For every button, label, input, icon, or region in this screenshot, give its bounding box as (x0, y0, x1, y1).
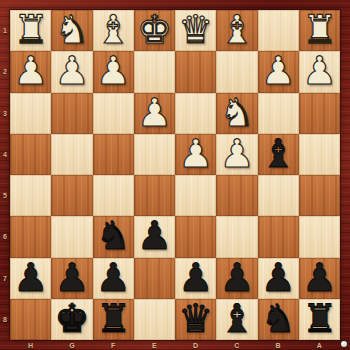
square-f4[interactable] (93, 134, 134, 175)
file-label-c: C (216, 340, 257, 350)
square-d5[interactable] (175, 175, 216, 216)
white-pawn-a2[interactable]: ♟ (299, 50, 340, 91)
black-knight-b8[interactable]: ♞ (258, 298, 299, 339)
file-label-a: A (299, 340, 340, 350)
black-pawn-g7[interactable]: ♟ (51, 257, 92, 298)
square-f2[interactable]: ♟ (93, 51, 134, 92)
square-e2[interactable] (134, 51, 175, 92)
white-pawn-c4[interactable]: ♟ (216, 133, 257, 174)
square-a8[interactable]: ♜ (299, 299, 340, 340)
file-labels: HGFEDCBA (10, 340, 340, 350)
black-queen-d8[interactable]: ♛ (175, 298, 216, 339)
white-king-e1[interactable]: ♚ (134, 9, 175, 50)
black-pawn-f7[interactable]: ♟ (93, 257, 134, 298)
square-c2[interactable] (216, 51, 257, 92)
white-rook-a1[interactable]: ♜ (299, 9, 340, 50)
square-d2[interactable] (175, 51, 216, 92)
rank-label-6: 6 (0, 216, 10, 257)
rank-label-8: 8 (0, 299, 10, 340)
square-b1[interactable] (258, 10, 299, 51)
square-a1[interactable]: ♜ (299, 10, 340, 51)
white-bishop-f1[interactable]: ♝ (93, 9, 134, 50)
white-pawn-h2[interactable]: ♟ (10, 50, 51, 91)
square-e6[interactable]: ♟ (134, 216, 175, 257)
square-f3[interactable] (93, 93, 134, 134)
square-f1[interactable]: ♝ (93, 10, 134, 51)
square-c1[interactable]: ♝ (216, 10, 257, 51)
black-bishop-b4[interactable]: ♝ (258, 133, 299, 174)
black-king-g8[interactable]: ♚ (51, 298, 92, 339)
file-label-e: E (134, 340, 175, 350)
file-label-g: G (51, 340, 92, 350)
white-pawn-g2[interactable]: ♟ (51, 50, 92, 91)
square-g3[interactable] (51, 93, 92, 134)
square-h5[interactable] (10, 175, 51, 216)
black-pawn-b7[interactable]: ♟ (258, 257, 299, 298)
black-pawn-h7[interactable]: ♟ (10, 257, 51, 298)
square-b3[interactable] (258, 93, 299, 134)
file-label-h: H (10, 340, 51, 350)
square-b6[interactable] (258, 216, 299, 257)
square-f5[interactable] (93, 175, 134, 216)
file-label-b: B (258, 340, 299, 350)
square-a2[interactable]: ♟ (299, 51, 340, 92)
black-pawn-d7[interactable]: ♟ (175, 257, 216, 298)
black-pawn-e6[interactable]: ♟ (134, 215, 175, 256)
square-c8[interactable]: ♝ (216, 299, 257, 340)
square-d8[interactable]: ♛ (175, 299, 216, 340)
square-g1[interactable]: ♞ (51, 10, 92, 51)
square-d3[interactable] (175, 93, 216, 134)
square-c5[interactable] (216, 175, 257, 216)
square-a4[interactable] (299, 134, 340, 175)
square-a5[interactable] (299, 175, 340, 216)
rank-label-2: 2 (0, 51, 10, 92)
square-d4[interactable]: ♟ (175, 134, 216, 175)
rank-label-3: 3 (0, 93, 10, 134)
square-h3[interactable] (10, 93, 51, 134)
square-f7[interactable]: ♟ (93, 258, 134, 299)
square-d7[interactable]: ♟ (175, 258, 216, 299)
black-rook-f8[interactable]: ♜ (93, 298, 134, 339)
square-a7[interactable]: ♟ (299, 258, 340, 299)
square-c3[interactable]: ♞ (216, 93, 257, 134)
square-b8[interactable]: ♞ (258, 299, 299, 340)
white-bishop-c1[interactable]: ♝ (216, 9, 257, 50)
square-b7[interactable]: ♟ (258, 258, 299, 299)
square-b5[interactable] (258, 175, 299, 216)
square-e7[interactable] (134, 258, 175, 299)
black-bishop-c8[interactable]: ♝ (216, 298, 257, 339)
board: ♜♞♝♚♛♝♜♟♟♟♟♟♟♞♟♟♝♞♟♟♟♟♟♟♟♟♚♜♛♝♞♜ (10, 10, 340, 340)
white-pawn-d4[interactable]: ♟ (175, 133, 216, 174)
square-d6[interactable] (175, 216, 216, 257)
square-a3[interactable] (299, 93, 340, 134)
chess-board-frame: 12345678 ♜♞♝♚♛♝♜♟♟♟♟♟♟♞♟♟♝♞♟♟♟♟♟♟♟♟♚♜♛♝♞… (0, 0, 350, 350)
square-c4[interactable]: ♟ (216, 134, 257, 175)
square-d1[interactable]: ♛ (175, 10, 216, 51)
black-pawn-a7[interactable]: ♟ (299, 257, 340, 298)
square-h2[interactable]: ♟ (10, 51, 51, 92)
white-pawn-f2[interactable]: ♟ (93, 50, 134, 91)
square-e8[interactable] (134, 299, 175, 340)
square-e5[interactable] (134, 175, 175, 216)
square-h1[interactable]: ♜ (10, 10, 51, 51)
square-h8[interactable] (10, 299, 51, 340)
square-g4[interactable] (51, 134, 92, 175)
square-f8[interactable]: ♜ (93, 299, 134, 340)
white-knight-c3[interactable]: ♞ (216, 92, 257, 133)
square-g7[interactable]: ♟ (51, 258, 92, 299)
square-e1[interactable]: ♚ (134, 10, 175, 51)
black-knight-f6[interactable]: ♞ (93, 215, 134, 256)
square-a6[interactable] (299, 216, 340, 257)
rank-label-1: 1 (0, 10, 10, 51)
rank-label-5: 5 (0, 175, 10, 216)
file-label-d: D (175, 340, 216, 350)
rank-label-7: 7 (0, 258, 10, 299)
black-pawn-c7[interactable]: ♟ (216, 257, 257, 298)
black-rook-a8[interactable]: ♜ (299, 298, 340, 339)
square-h6[interactable] (10, 216, 51, 257)
square-g6[interactable] (51, 216, 92, 257)
white-pawn-b2[interactable]: ♟ (258, 50, 299, 91)
file-label-f: F (93, 340, 134, 350)
square-g2[interactable]: ♟ (51, 51, 92, 92)
corner-dot-marker (341, 341, 347, 347)
white-rook-h1[interactable]: ♜ (10, 9, 51, 50)
square-e3[interactable]: ♟ (134, 93, 175, 134)
square-h4[interactable] (10, 134, 51, 175)
square-g5[interactable] (51, 175, 92, 216)
white-pawn-e3[interactable]: ♟ (134, 92, 175, 133)
square-b2[interactable]: ♟ (258, 51, 299, 92)
rank-label-4: 4 (0, 134, 10, 175)
square-b4[interactable]: ♝ (258, 134, 299, 175)
white-queen-d1[interactable]: ♛ (175, 9, 216, 50)
square-f6[interactable]: ♞ (93, 216, 134, 257)
square-c6[interactable] (216, 216, 257, 257)
square-g8[interactable]: ♚ (51, 299, 92, 340)
square-c7[interactable]: ♟ (216, 258, 257, 299)
square-e4[interactable] (134, 134, 175, 175)
white-knight-g1[interactable]: ♞ (51, 9, 92, 50)
square-h7[interactable]: ♟ (10, 258, 51, 299)
rank-labels: 12345678 (0, 10, 10, 340)
